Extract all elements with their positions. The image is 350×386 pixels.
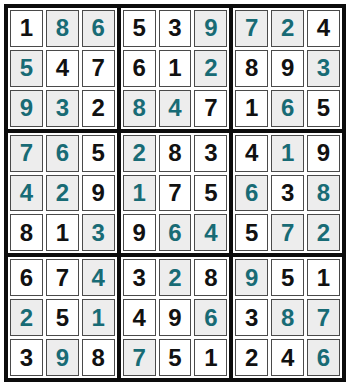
cell-r5c4[interactable]: 1 (123, 175, 156, 212)
cell-r8c3[interactable]: 1 (82, 299, 115, 336)
cell-r6c7[interactable]: 5 (235, 214, 268, 251)
box-7: 674251398 (8, 257, 117, 378)
cell-r1c1[interactable]: 1 (10, 10, 43, 47)
cell-r1c2[interactable]: 8 (46, 10, 79, 47)
cell-r7c1[interactable]: 6 (10, 259, 43, 296)
cell-r8c7[interactable]: 3 (235, 299, 268, 336)
cell-r5c5[interactable]: 7 (159, 175, 192, 212)
cell-r7c3[interactable]: 4 (82, 259, 115, 296)
box-3: 724893165 (233, 8, 342, 129)
cell-r3c5[interactable]: 4 (159, 90, 192, 127)
cell-r9c6[interactable]: 1 (194, 339, 227, 376)
cell-r2c2[interactable]: 4 (46, 50, 79, 87)
cell-r6c6[interactable]: 4 (194, 214, 227, 251)
cell-r9c3[interactable]: 8 (82, 339, 115, 376)
cell-r4c1[interactable]: 7 (10, 135, 43, 172)
cell-r1c6[interactable]: 9 (194, 10, 227, 47)
cell-r1c4[interactable]: 5 (123, 10, 156, 47)
cell-r1c5[interactable]: 3 (159, 10, 192, 47)
cell-r4c4[interactable]: 2 (123, 135, 156, 172)
box-6: 419638572 (233, 133, 342, 254)
cell-r8c6[interactable]: 6 (194, 299, 227, 336)
cell-r5c9[interactable]: 8 (307, 175, 340, 212)
cell-r6c2[interactable]: 1 (46, 214, 79, 251)
cell-r8c1[interactable]: 2 (10, 299, 43, 336)
box-8: 328496751 (121, 257, 230, 378)
cell-r7c2[interactable]: 7 (46, 259, 79, 296)
box-5: 283175964 (121, 133, 230, 254)
cell-r6c4[interactable]: 9 (123, 214, 156, 251)
sudoku-page: 1865479325396128477248931657654298132831… (0, 0, 350, 386)
cell-r3c2[interactable]: 3 (46, 90, 79, 127)
cell-r8c2[interactable]: 5 (46, 299, 79, 336)
cell-r2c6[interactable]: 2 (194, 50, 227, 87)
box-1: 186547932 (8, 8, 117, 129)
cell-r4c8[interactable]: 1 (271, 135, 304, 172)
cell-r2c7[interactable]: 8 (235, 50, 268, 87)
cell-r9c7[interactable]: 2 (235, 339, 268, 376)
cell-r3c8[interactable]: 6 (271, 90, 304, 127)
cell-r6c3[interactable]: 3 (82, 214, 115, 251)
box-2: 539612847 (121, 8, 230, 129)
cell-r6c9[interactable]: 2 (307, 214, 340, 251)
cell-r5c6[interactable]: 5 (194, 175, 227, 212)
cell-r9c9[interactable]: 6 (307, 339, 340, 376)
cell-r5c8[interactable]: 3 (271, 175, 304, 212)
cell-r9c1[interactable]: 3 (10, 339, 43, 376)
cell-r3c9[interactable]: 5 (307, 90, 340, 127)
cell-r4c6[interactable]: 3 (194, 135, 227, 172)
cell-r6c5[interactable]: 6 (159, 214, 192, 251)
cell-r4c7[interactable]: 4 (235, 135, 268, 172)
cell-r5c2[interactable]: 2 (46, 175, 79, 212)
cell-r3c6[interactable]: 7 (194, 90, 227, 127)
cell-r3c7[interactable]: 1 (235, 90, 268, 127)
cell-r8c5[interactable]: 9 (159, 299, 192, 336)
cell-r9c8[interactable]: 4 (271, 339, 304, 376)
cell-r3c1[interactable]: 9 (10, 90, 43, 127)
cell-r2c5[interactable]: 1 (159, 50, 192, 87)
cell-r8c9[interactable]: 7 (307, 299, 340, 336)
cell-r5c3[interactable]: 9 (82, 175, 115, 212)
cell-r1c9[interactable]: 4 (307, 10, 340, 47)
cell-r9c4[interactable]: 7 (123, 339, 156, 376)
sudoku-board: 1865479325396128477248931657654298132831… (4, 4, 346, 382)
cell-r3c4[interactable]: 8 (123, 90, 156, 127)
cell-r7c4[interactable]: 3 (123, 259, 156, 296)
cell-r9c2[interactable]: 9 (46, 339, 79, 376)
cell-r2c8[interactable]: 9 (271, 50, 304, 87)
cell-r7c5[interactable]: 2 (159, 259, 192, 296)
box-4: 765429813 (8, 133, 117, 254)
cell-r3c3[interactable]: 2 (82, 90, 115, 127)
cell-r2c4[interactable]: 6 (123, 50, 156, 87)
cell-r4c3[interactable]: 5 (82, 135, 115, 172)
cell-r7c7[interactable]: 9 (235, 259, 268, 296)
cell-r8c4[interactable]: 4 (123, 299, 156, 336)
cell-r9c5[interactable]: 5 (159, 339, 192, 376)
cell-r7c8[interactable]: 5 (271, 259, 304, 296)
cell-r8c8[interactable]: 8 (271, 299, 304, 336)
cell-r6c1[interactable]: 8 (10, 214, 43, 251)
cell-r2c1[interactable]: 5 (10, 50, 43, 87)
box-9: 951387246 (233, 257, 342, 378)
cell-r5c7[interactable]: 6 (235, 175, 268, 212)
cell-r7c6[interactable]: 8 (194, 259, 227, 296)
cell-r4c5[interactable]: 8 (159, 135, 192, 172)
cell-r2c9[interactable]: 3 (307, 50, 340, 87)
cell-r1c7[interactable]: 7 (235, 10, 268, 47)
cell-r2c3[interactable]: 7 (82, 50, 115, 87)
cell-r4c2[interactable]: 6 (46, 135, 79, 172)
cell-r4c9[interactable]: 9 (307, 135, 340, 172)
cell-r6c8[interactable]: 7 (271, 214, 304, 251)
cell-r1c8[interactable]: 2 (271, 10, 304, 47)
cell-r1c3[interactable]: 6 (82, 10, 115, 47)
cell-r7c9[interactable]: 1 (307, 259, 340, 296)
cell-r5c1[interactable]: 4 (10, 175, 43, 212)
